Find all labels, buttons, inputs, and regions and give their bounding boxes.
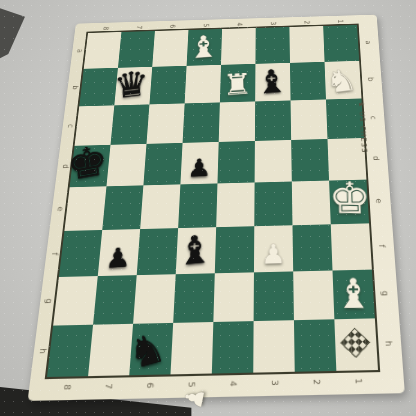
- rank-label-top-2: 2: [302, 19, 311, 26]
- piece-white-king-e1[interactable]: ♚: [328, 148, 369, 221]
- square-h4[interactable]: [212, 321, 254, 373]
- square-d2[interactable]: [291, 139, 329, 182]
- file-label-left-f: f: [49, 249, 60, 258]
- rank-label-bottom-8: 8: [61, 382, 72, 393]
- file-label-right-e: e: [373, 196, 383, 205]
- pawn-glyph: ♟: [105, 244, 131, 273]
- piece-white-pawn-f3[interactable]: ♟: [254, 192, 293, 269]
- square-c6[interactable]: [146, 103, 184, 143]
- captured-white-piece[interactable]: ♟: [179, 385, 211, 412]
- piece-black-pawn-d5[interactable]: ♟: [181, 112, 220, 181]
- square-c3[interactable]: [255, 100, 291, 140]
- square-g3[interactable]: [254, 271, 294, 321]
- piece-black-knight-h6[interactable]: ♞: [130, 286, 176, 371]
- square-g4[interactable]: [213, 272, 254, 322]
- square-h2[interactable]: [294, 319, 336, 371]
- rank-label-bottom-1: 1: [352, 376, 363, 387]
- rank-label-top-8: 8: [101, 25, 110, 32]
- piece-black-pawn-f7[interactable]: ♟: [98, 196, 142, 273]
- square-a2[interactable]: [289, 26, 324, 63]
- square-f8[interactable]: [59, 230, 102, 277]
- square-b8[interactable]: [79, 68, 118, 107]
- piece-black-queen-b7[interactable]: ♛: [115, 39, 155, 102]
- square-c7[interactable]: [110, 104, 149, 144]
- piece-white-knight-b1[interactable]: ♞: [323, 33, 361, 96]
- piece-black-bishop-f5[interactable]: ♝: [176, 194, 217, 271]
- square-f4[interactable]: [215, 226, 254, 273]
- file-label-right-f: f: [376, 241, 386, 250]
- file-label-right-h: h: [382, 338, 393, 349]
- piece-black-king-d8[interactable]: ♚: [70, 115, 113, 184]
- rank-label-top-7: 7: [134, 24, 143, 31]
- square-d6[interactable]: [143, 143, 182, 185]
- queen-glyph: ♛: [113, 66, 150, 104]
- rank-label-top-1: 1: [335, 18, 344, 25]
- bishop-glyph: ♝: [188, 31, 221, 63]
- bishop-glyph: ♝: [255, 65, 290, 99]
- king-glyph: ♚: [328, 177, 371, 221]
- rank-label-top-3: 3: [268, 20, 276, 27]
- file-label-left-c: c: [65, 122, 75, 130]
- chess-board: 88aa77bb66cc55dd44ee33ff22gg11hh ♞ US CH…: [47, 25, 378, 377]
- square-e4[interactable]: [216, 182, 254, 227]
- file-label-right-d: d: [370, 154, 380, 163]
- rank-label-top-6: 6: [168, 23, 177, 30]
- square-g2[interactable]: [293, 271, 334, 321]
- rank-label-top-4: 4: [235, 21, 244, 28]
- file-label-left-b: b: [70, 84, 80, 92]
- file-label-right-g: g: [379, 288, 390, 298]
- square-g7[interactable]: [93, 275, 137, 325]
- square-h8[interactable]: [47, 325, 93, 377]
- king-glyph: ♚: [65, 139, 109, 187]
- knight-glyph: ♞: [323, 64, 359, 98]
- bishop-glyph: ♝: [334, 274, 373, 315]
- square-e8[interactable]: [64, 186, 106, 231]
- square-a8[interactable]: [84, 32, 122, 69]
- square-e6[interactable]: [140, 184, 180, 229]
- square-f6[interactable]: [137, 228, 178, 275]
- square-a6[interactable]: [152, 30, 188, 67]
- square-b5[interactable]: [185, 65, 221, 104]
- file-label-left-g: g: [43, 296, 54, 306]
- square-d4[interactable]: [217, 141, 254, 184]
- rank-label-bottom-3: 3: [269, 377, 279, 388]
- square-c4[interactable]: [219, 101, 255, 141]
- piece-white-bishop-a5[interactable]: ♝: [187, 3, 223, 63]
- rook-glyph: ♜: [222, 69, 252, 99]
- rank-label-bottom-6: 6: [144, 380, 155, 391]
- knight-glyph: ♞: [126, 326, 169, 376]
- piece-white-bishop-g1[interactable]: ♝: [331, 234, 374, 315]
- rank-label-bottom-4: 4: [227, 378, 238, 389]
- piece-black-bishop-b3[interactable]: ♝: [255, 35, 290, 98]
- file-label-right-c: c: [368, 114, 378, 122]
- file-label-left-h: h: [36, 346, 47, 356]
- bishop-glyph: ♝: [176, 230, 214, 272]
- file-label-left-e: e: [54, 205, 64, 214]
- pawn-glyph: ♟: [261, 241, 286, 269]
- file-label-right-a: a: [363, 39, 372, 46]
- square-b6[interactable]: [149, 66, 186, 105]
- file-label-right-b: b: [365, 75, 374, 83]
- file-label-left-a: a: [74, 47, 83, 54]
- square-f2[interactable]: [292, 224, 332, 271]
- square-h3[interactable]: [253, 320, 295, 372]
- brand-knight-icon: ♞: [357, 101, 365, 108]
- square-h5[interactable]: [170, 322, 213, 374]
- square-g5[interactable]: [173, 273, 215, 323]
- pawn-glyph: ♟: [187, 156, 211, 182]
- square-e2[interactable]: [292, 181, 331, 226]
- photo-stage: 88aa77bb66cc55dd44ee33ff22gg11hh ♞ US CH…: [0, 0, 416, 416]
- square-d3[interactable]: [255, 140, 292, 183]
- rank-label-bottom-2: 2: [310, 377, 321, 388]
- square-d7[interactable]: [106, 144, 146, 186]
- square-g8[interactable]: [53, 276, 98, 326]
- rank-label-bottom-7: 7: [102, 381, 113, 392]
- square-b2[interactable]: [290, 62, 326, 101]
- square-c2[interactable]: [291, 99, 328, 139]
- piece-white-rook-b4[interactable]: ♜: [220, 36, 256, 99]
